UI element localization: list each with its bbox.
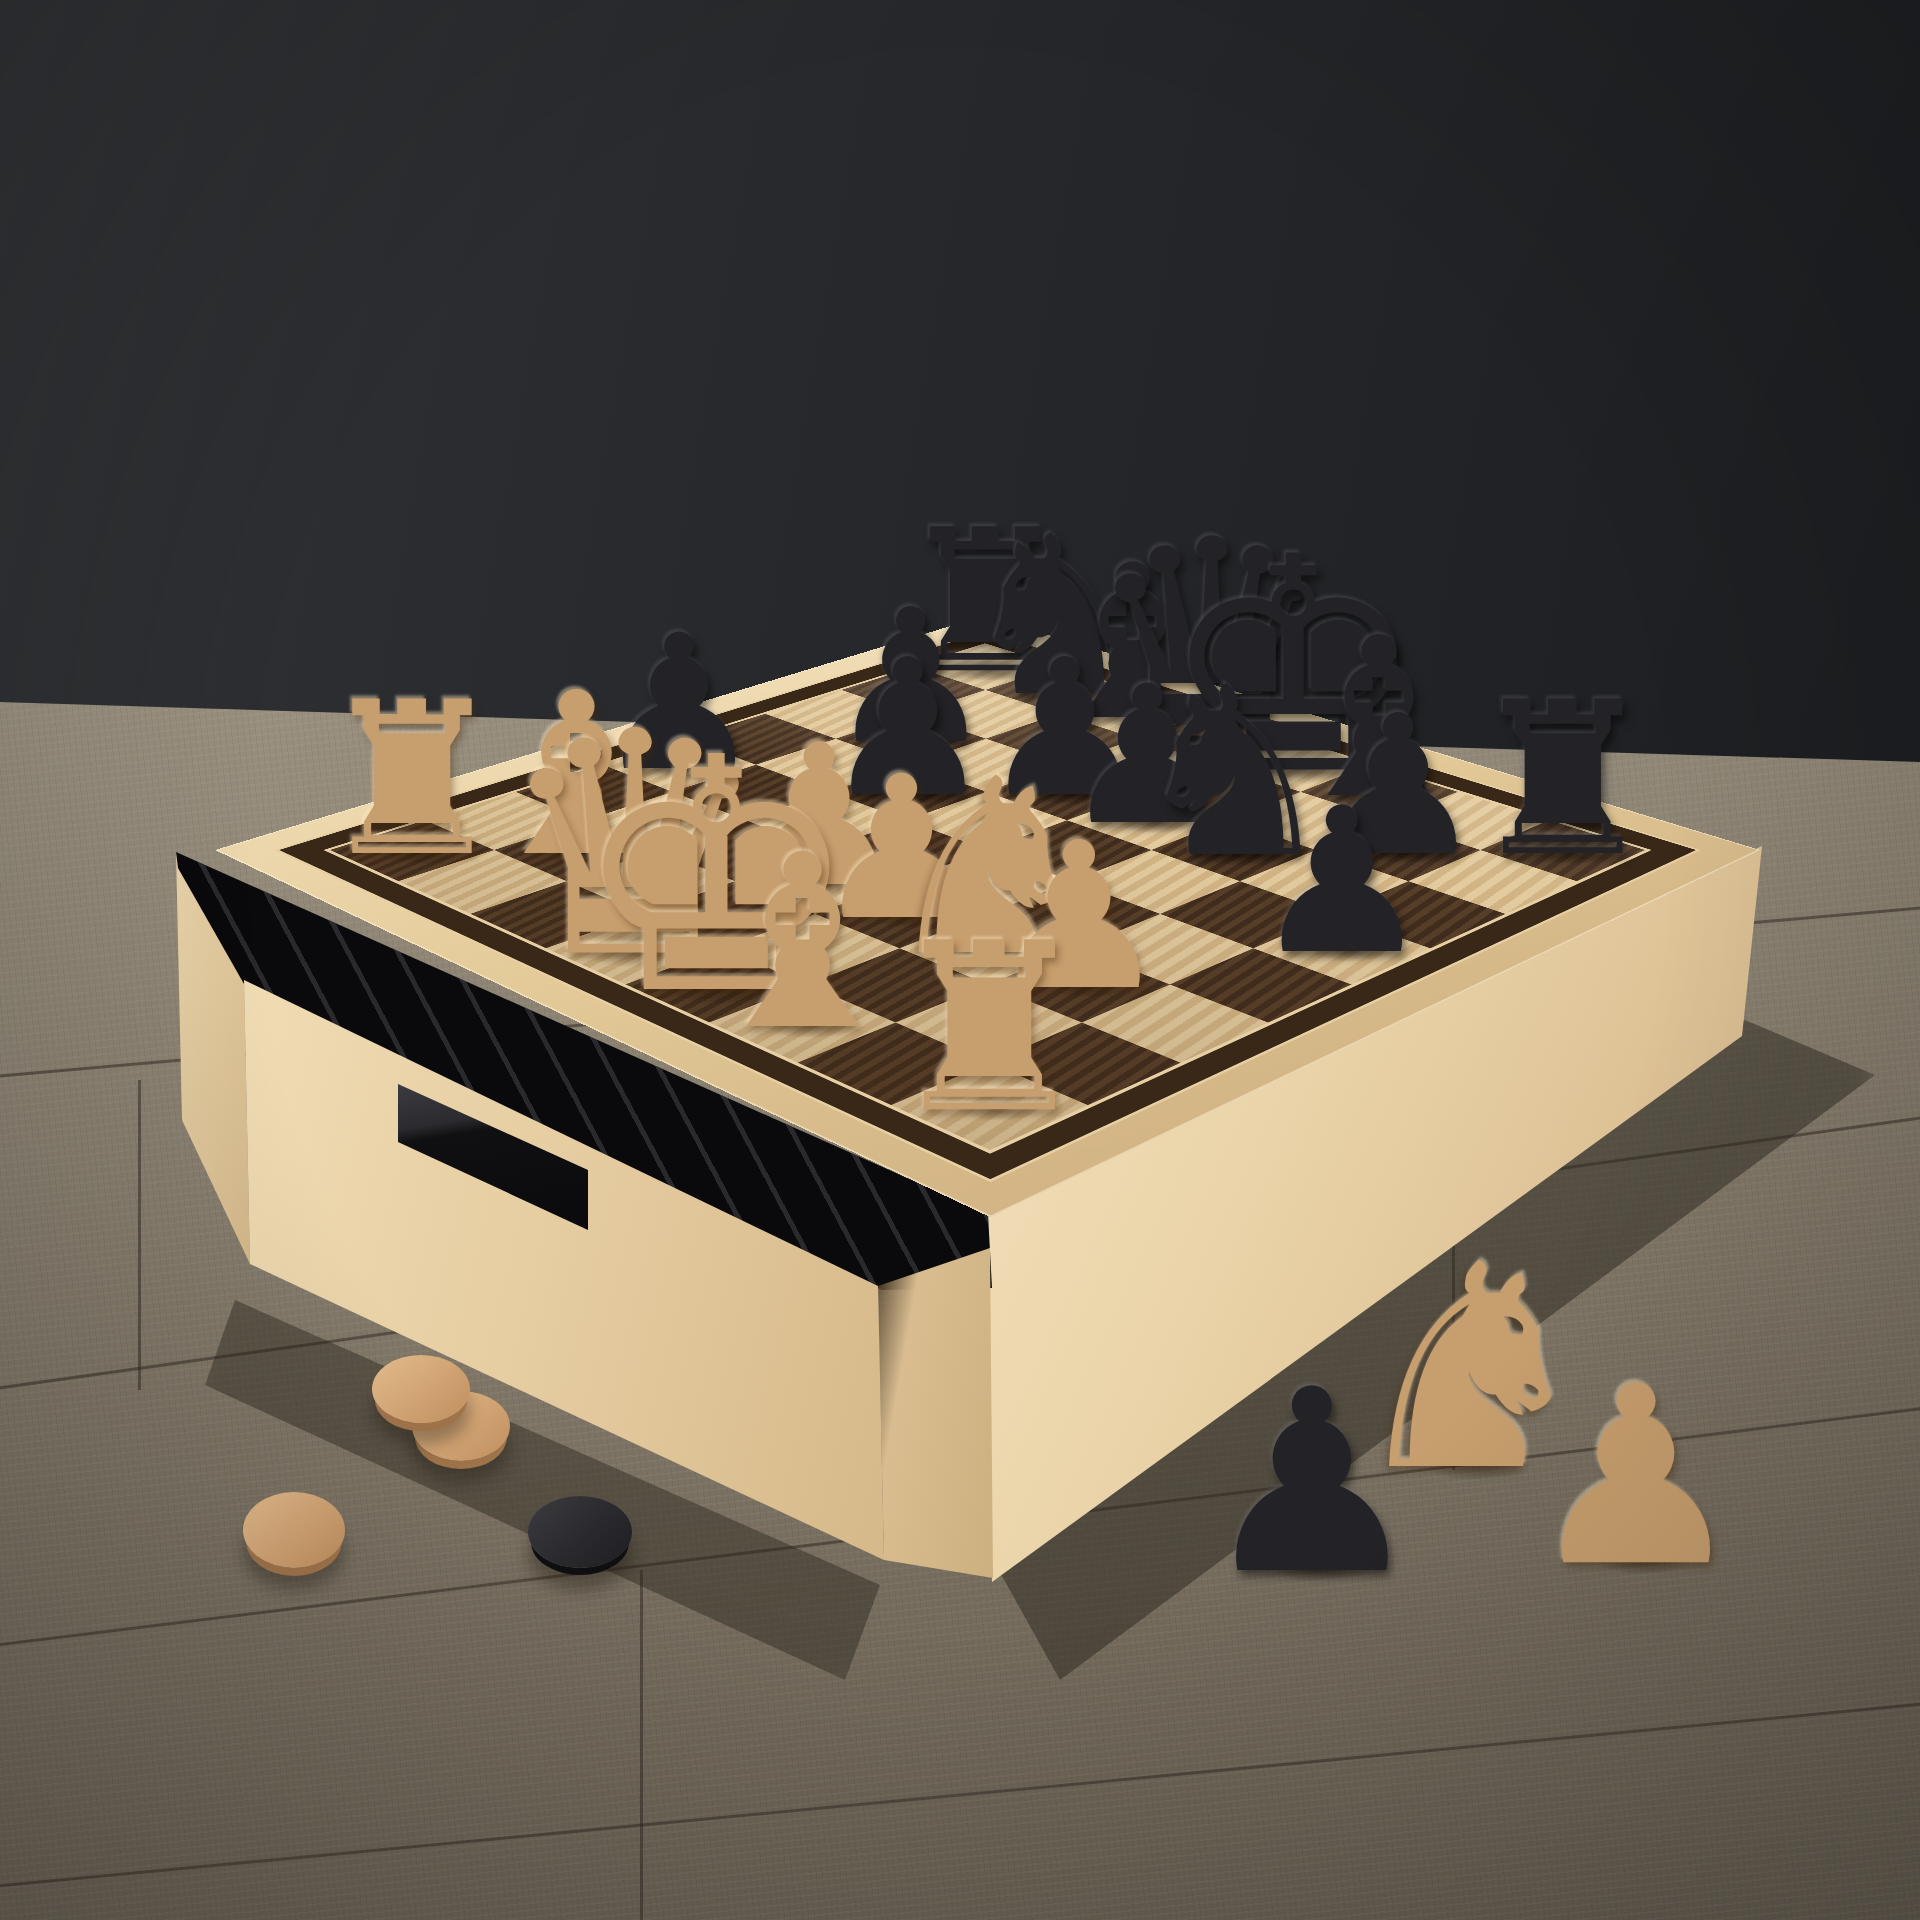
white-bishop[interactable]: ♝	[695, 823, 910, 1063]
black-pawn[interactable]: ♟	[1252, 781, 1432, 982]
black-checker-disc[interactable]	[528, 1496, 632, 1568]
pieces-layer: ♜♞♝♛♚♝♜♞♟♟♟♟♟♟♟♜♝♛♚♝♜♞♟♟♟♞♟♟	[0, 0, 1920, 1920]
white-pawn[interactable]: ♟	[1525, 1353, 1746, 1600]
light-checker-disc[interactable]	[243, 1492, 345, 1568]
black-rook[interactable]: ♜	[1468, 674, 1658, 886]
white-rook[interactable]: ♜	[885, 912, 1094, 1145]
scene: ♜♞♝♛♚♝♜♞♟♟♟♟♟♟♟♜♝♛♚♝♜♞♟♟♟♞♟♟	[0, 0, 1920, 1920]
light-checker-disc[interactable]	[372, 1355, 470, 1423]
black-pawn[interactable]: ♟	[1199, 1356, 1426, 1609]
